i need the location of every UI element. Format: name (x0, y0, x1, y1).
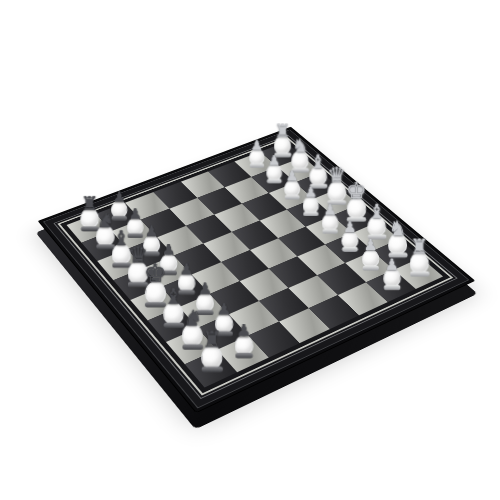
black-knight-icon: ♞ (182, 308, 202, 328)
piece-white-rook[interactable]: ♜ (274, 123, 291, 155)
white-pawn-icon: ♟ (385, 258, 399, 272)
piece-white-queen[interactable]: ♛ (327, 166, 346, 202)
white-bishop-icon: ♝ (310, 153, 327, 170)
white-knight-icon: ♞ (389, 219, 407, 237)
white-pawn-icon: ♟ (343, 221, 356, 235)
white-rook-icon: ♜ (274, 123, 290, 140)
piece-white-pawn[interactable]: ♟ (321, 203, 338, 230)
white-rook-icon: ♜ (410, 238, 428, 257)
white-knight-icon: ♞ (292, 138, 309, 155)
black-pawn-icon: ♟ (113, 191, 126, 204)
white-pawn-icon: ♟ (323, 203, 336, 217)
square-g4[interactable] (288, 275, 337, 308)
piece-black-pawn[interactable]: ♟ (234, 324, 253, 355)
piece-white-knight[interactable]: ♞ (388, 219, 407, 255)
perspective-scene: ♜♟♟♜♞♟♟♞♝♟♟♝♛♟♟♛♚♟♟♚♝♟♟♝♞♟♟♞♜♟♟♜ (0, 0, 500, 500)
black-pawn-icon: ♟ (236, 324, 251, 339)
piece-white-pawn[interactable]: ♟ (266, 154, 282, 180)
piece-white-rook[interactable]: ♜ (410, 238, 429, 274)
black-pawn-icon: ♟ (145, 225, 158, 239)
black-rook-icon: ♜ (202, 330, 222, 351)
black-pawn-icon: ♟ (128, 208, 141, 222)
square-h1[interactable]: ♜ (394, 257, 443, 289)
white-pawn-icon: ♟ (363, 239, 377, 253)
black-king-icon: ♚ (144, 262, 167, 285)
piece-black-bishop[interactable]: ♝ (163, 287, 183, 325)
piece-white-pawn[interactable]: ♟ (362, 239, 379, 267)
board-grid: ♜♟♟♜♞♟♟♞♝♟♟♝♛♟♟♛♚♟♟♚♝♟♟♝♞♟♟♞♜♟♟♜ (67, 142, 444, 387)
piece-white-pawn[interactable]: ♟ (249, 139, 265, 164)
white-queen-icon: ♛ (328, 166, 347, 185)
chess-board: ♜♟♟♜♞♟♟♞♝♟♟♝♛♟♟♛♚♟♟♚♝♟♟♝♞♟♟♞♜♟♟♜ (38, 127, 476, 414)
piece-white-pawn[interactable]: ♟ (341, 221, 358, 249)
piece-white-pawn[interactable]: ♟ (284, 170, 300, 196)
white-king-icon: ♚ (346, 180, 367, 201)
piece-white-bishop[interactable]: ♝ (367, 202, 386, 237)
black-knight-icon: ♞ (96, 211, 114, 229)
black-bishop-icon: ♝ (164, 287, 183, 307)
pinstripe-outer: ♜♟♟♜♞♟♟♞♝♟♟♝♛♟♟♛♚♟♟♚♝♟♟♝♞♟♟♞♜♟♟♜ (53, 135, 457, 399)
pinstripe-inner: ♜♟♟♜♞♟♟♞♝♟♟♝♛♟♟♛♚♟♟♚♝♟♟♝♞♟♟♞♜♟♟♜ (57, 137, 453, 395)
white-pawn-icon: ♟ (268, 154, 281, 167)
piece-white-knight[interactable]: ♞ (291, 138, 308, 171)
piece-white-bishop[interactable]: ♝ (309, 153, 327, 186)
black-pawn-icon: ♟ (216, 303, 231, 318)
white-pawn-icon: ♟ (250, 139, 262, 152)
board-frame: ♜♟♟♜♞♟♟♞♝♟♟♝♛♟♟♛♚♟♟♚♝♟♟♝♞♟♟♞♜♟♟♜ (38, 127, 476, 414)
piece-white-pawn[interactable]: ♟ (383, 258, 401, 287)
product-photo-canvas: ♜♟♟♜♞♟♟♞♝♟♟♝♛♟♟♛♚♟♟♚♝♟♟♝♞♟♟♞♜♟♟♜ (0, 0, 500, 500)
white-bishop-icon: ♝ (368, 202, 386, 220)
piece-white-pawn[interactable]: ♟ (302, 186, 318, 213)
piece-white-king[interactable]: ♚ (346, 180, 367, 219)
black-pawn-icon: ♟ (162, 243, 176, 257)
white-pawn-icon: ♟ (304, 186, 317, 199)
square-e5[interactable] (221, 250, 269, 281)
piece-black-rook[interactable]: ♜ (201, 330, 222, 370)
piece-black-knight[interactable]: ♞ (182, 308, 203, 347)
black-pawn-icon: ♟ (197, 282, 211, 297)
white-pawn-icon: ♟ (286, 170, 299, 183)
black-pawn-icon: ♟ (179, 262, 193, 276)
